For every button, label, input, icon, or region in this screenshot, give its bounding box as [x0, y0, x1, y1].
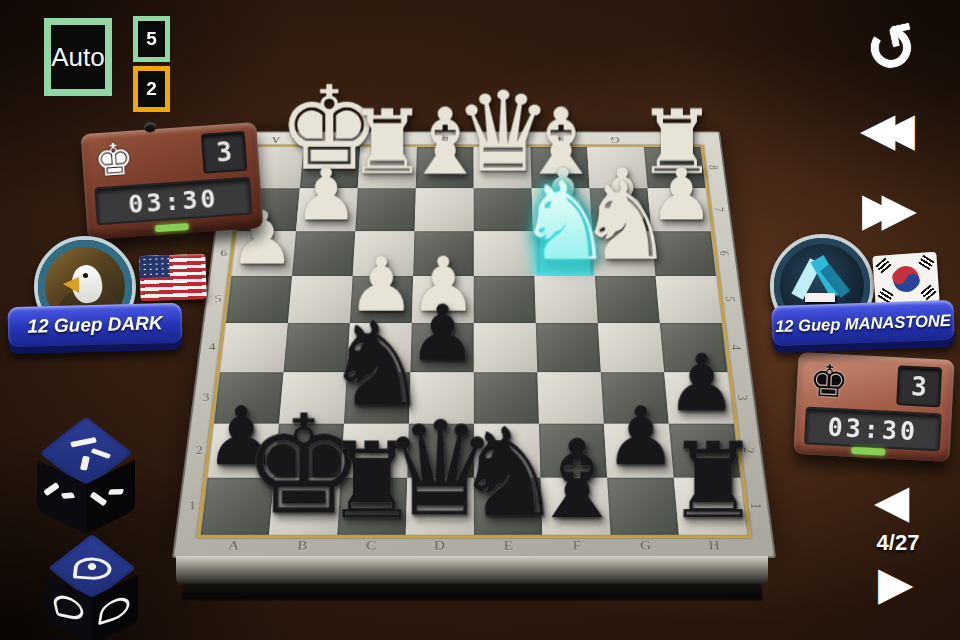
white-king-icon: ♚ — [93, 133, 136, 188]
square-e6[interactable] — [474, 231, 535, 276]
rewind-icon[interactable]: ◀◀ — [860, 106, 915, 152]
square-f2[interactable] — [539, 424, 607, 478]
usa-flag-canton — [139, 255, 170, 278]
rank-label-right: 4 — [703, 338, 769, 356]
usa-flag-icon — [139, 254, 207, 301]
trigram — [877, 288, 893, 303]
square-d7[interactable] — [414, 188, 473, 231]
square-d8[interactable]: ♝ — [416, 147, 474, 188]
square-e4[interactable] — [474, 323, 537, 372]
rank-label-right: 7 — [688, 201, 750, 217]
white-clock: ♚ 3 03:30 — [81, 122, 264, 240]
square-d6[interactable] — [413, 231, 474, 276]
square-d3[interactable] — [409, 372, 474, 424]
square-e3[interactable] — [474, 372, 539, 424]
highlight-beam — [539, 201, 590, 277]
die-glyph — [61, 492, 76, 499]
eye-glyph — [51, 593, 85, 622]
square-g3[interactable] — [601, 372, 669, 424]
black-pawn-a2: ♟ — [205, 396, 278, 477]
square-c1[interactable]: ♜ — [337, 478, 407, 535]
file-label-bottom: A — [198, 535, 269, 557]
square-f5[interactable] — [534, 276, 597, 323]
frame-corner — [699, 132, 720, 147]
clock-knob — [144, 122, 157, 133]
square-c6[interactable] — [353, 231, 415, 276]
board-front-edge — [176, 556, 768, 586]
logo-underline — [805, 293, 835, 302]
eye-die[interactable] — [43, 535, 141, 637]
square-a5[interactable] — [226, 276, 292, 323]
square-a3[interactable] — [214, 372, 284, 424]
previous-move-button[interactable]: ◀ — [874, 478, 909, 524]
black-clock-counter: 3 — [896, 365, 942, 407]
eagle-beak — [63, 277, 79, 293]
korea-flag-icon — [872, 252, 939, 306]
die-glyph — [70, 437, 97, 448]
square-b1[interactable]: ♚ — [269, 478, 341, 535]
square-d4[interactable]: ♟ — [410, 323, 473, 372]
square-h1[interactable]: ♜ — [674, 478, 747, 535]
file-label-top: C — [360, 132, 417, 147]
square-g7[interactable]: ♟ — [590, 188, 652, 231]
black-clock-led — [851, 447, 885, 456]
board-scene: ABCDEFGH8♚♜♝♛♝♜87♟♟♟♟76♟♞♞65♟♟54♟43♞♟32♟… — [172, 18, 772, 558]
rank-label-right: 8 — [683, 160, 743, 175]
square-h5[interactable] — [655, 276, 721, 323]
square-c2[interactable] — [341, 424, 409, 478]
square-a4[interactable] — [220, 323, 288, 372]
square-c4[interactable] — [347, 323, 412, 372]
trigram — [918, 255, 934, 270]
square-b5[interactable] — [288, 276, 353, 323]
file-label-top: H — [642, 132, 700, 147]
eye-glyph — [98, 594, 131, 625]
square-g5[interactable] — [595, 276, 660, 323]
file-label-bottom: E — [474, 535, 543, 557]
frame-corner — [174, 535, 201, 557]
trigram — [920, 284, 936, 300]
square-g2[interactable]: ♟ — [604, 424, 674, 478]
move-counter: 4/27 — [862, 530, 934, 556]
file-label-bottom: C — [336, 535, 406, 557]
file-label-top: E — [474, 132, 531, 147]
black-king-icon: ♚ — [808, 355, 850, 410]
rank-label-right: 5 — [697, 291, 761, 308]
square-c7[interactable] — [355, 188, 415, 231]
square-g8[interactable] — [587, 147, 647, 188]
square-d2[interactable] — [407, 424, 474, 478]
square-a2[interactable]: ♟ — [208, 424, 279, 478]
square-e1[interactable]: ♞ — [474, 478, 542, 535]
die-glyph — [108, 489, 125, 495]
trigram — [875, 258, 891, 274]
die-glyph — [91, 448, 112, 459]
file-label-bottom: B — [267, 535, 337, 557]
rank-label-right: 1 — [720, 495, 791, 516]
square-e7[interactable] — [474, 188, 533, 231]
file-label-top: F — [530, 132, 587, 147]
square-e2[interactable] — [474, 424, 541, 478]
square-a1[interactable] — [201, 478, 274, 535]
square-d1[interactable]: ♛ — [406, 478, 474, 535]
file-label-bottom: G — [611, 535, 681, 557]
black-pawn-g2: ♟ — [604, 396, 677, 477]
square-f6[interactable]: ♞ — [533, 231, 595, 276]
board-grid: ABCDEFGH8♚♜♝♛♝♜87♟♟♟♟76♟♞♞65♟♟54♟43♞♟32♟… — [174, 132, 774, 556]
rank-label-right: 6 — [692, 245, 755, 262]
next-move-button[interactable]: ▶ — [878, 560, 913, 606]
board-shadow — [182, 584, 762, 600]
square-a6[interactable]: ♟ — [231, 231, 296, 276]
die-glyph — [43, 482, 60, 496]
square-c5[interactable]: ♟ — [350, 276, 413, 323]
square-g1[interactable] — [607, 478, 679, 535]
hint-count-badge[interactable]: 5 — [133, 16, 170, 62]
square-b7[interactable]: ♟ — [296, 188, 358, 231]
square-e8[interactable]: ♛ — [474, 147, 532, 188]
square-f1[interactable]: ♝ — [541, 478, 611, 535]
file-label-bottom: H — [679, 535, 750, 557]
square-b3[interactable] — [279, 372, 347, 424]
martial-arts-die[interactable] — [34, 418, 138, 526]
chess-board: ABCDEFGH8♚♜♝♛♝♜87♟♟♟♟76♟♞♞65♟♟54♟43♞♟32♟… — [172, 131, 776, 558]
square-e5[interactable] — [474, 276, 536, 323]
square-f4[interactable] — [536, 323, 601, 372]
square-f3[interactable] — [537, 372, 604, 424]
black-clock: ♚ 3 03:30 — [793, 352, 954, 462]
frame-corner — [747, 535, 774, 557]
rank-label-right: 3 — [708, 388, 776, 407]
square-f8[interactable]: ♝ — [530, 147, 589, 188]
square-h2[interactable] — [669, 424, 741, 478]
file-label-top: B — [303, 132, 361, 147]
square-b8[interactable]: ♚ — [300, 147, 360, 188]
square-g6[interactable]: ♞ — [592, 231, 655, 276]
black-clock-display: 03:30 — [804, 406, 942, 451]
rotate-board-icon[interactable]: ↺ — [860, 13, 924, 84]
auto-button[interactable]: Auto — [44, 18, 112, 96]
white-pawn-c5: ♟ — [347, 247, 415, 322]
taegeuk-symbol — [890, 263, 922, 295]
fast-forward-icon[interactable]: ▶▶ — [862, 186, 917, 232]
rank-label-left: 1 — [179, 477, 205, 536]
white-pawn-d5: ♟ — [409, 247, 477, 322]
square-b4[interactable] — [283, 323, 349, 372]
rank-label-right: 2 — [714, 440, 783, 460]
file-label-top: D — [417, 132, 474, 147]
right-player-nameplate: 12 Guep MANASTONE — [771, 300, 954, 346]
left-player-nameplate: 12 Guep DARK — [8, 303, 183, 348]
square-c3[interactable]: ♞ — [344, 372, 410, 424]
square-d5[interactable]: ♟ — [412, 276, 474, 323]
square-g4[interactable] — [598, 323, 664, 372]
file-label-top: G — [586, 132, 644, 147]
square-c8[interactable]: ♜ — [358, 147, 417, 188]
die-glyph — [80, 456, 90, 471]
file-label-bottom: D — [405, 535, 474, 557]
die-glyph — [90, 491, 108, 506]
square-b6[interactable] — [292, 231, 355, 276]
undo-count-badge[interactable]: 2 — [133, 66, 170, 112]
file-label-bottom: F — [542, 535, 612, 557]
square-b2[interactable] — [274, 424, 344, 478]
white-clock-counter: 3 — [201, 131, 248, 174]
white-clock-led — [155, 223, 189, 232]
